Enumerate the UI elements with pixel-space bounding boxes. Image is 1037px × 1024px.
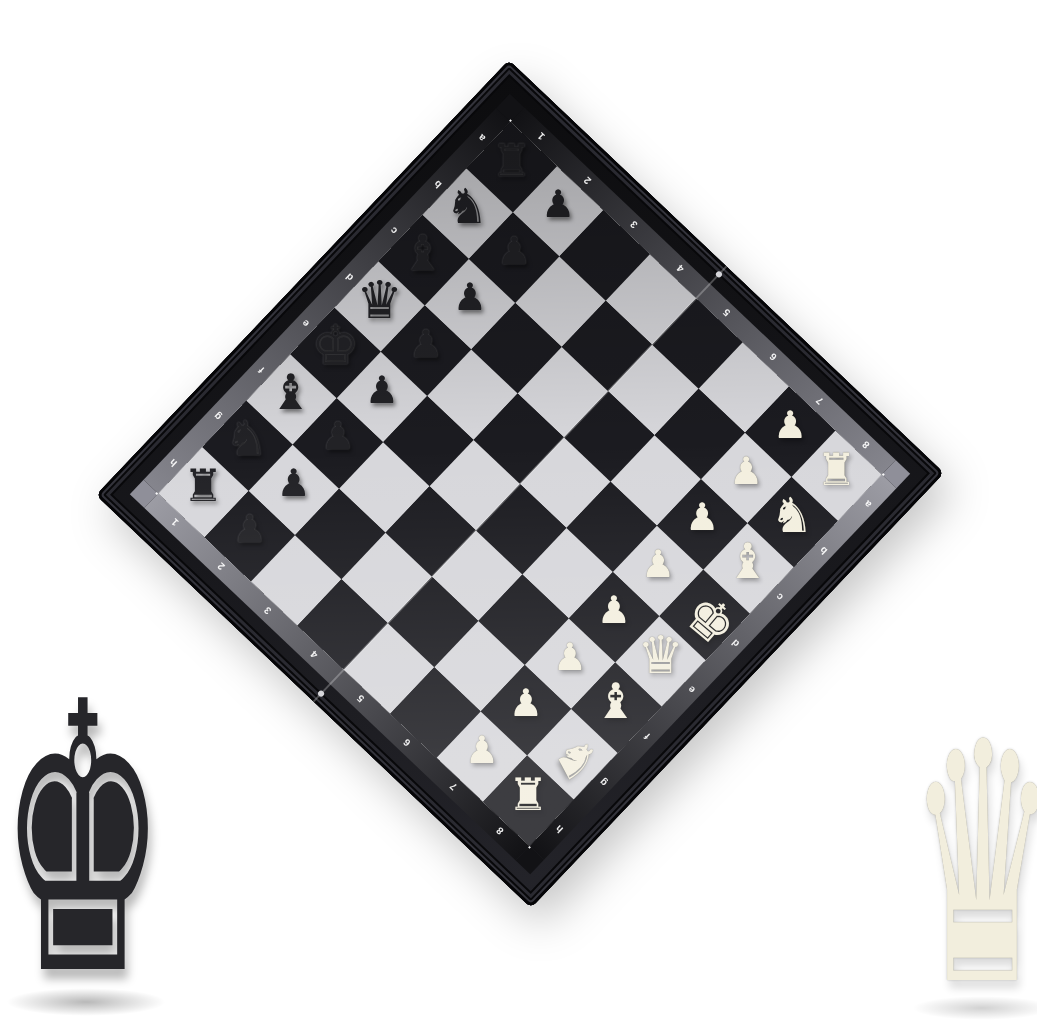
piece-g2-black-pawn[interactable]: ♟ [277,464,311,502]
piece-b8-white-knight[interactable]: ♞ [771,491,814,539]
piece-d2-black-pawn[interactable]: ♟ [409,325,443,363]
piece-c2-black-pawn[interactable]: ♟ [453,278,487,316]
display-piece-white-queen: ♛ [898,756,1037,1018]
piece-g1-black-knight[interactable]: ♞ [226,415,269,463]
piece-g7-white-pawn[interactable]: ♟ [509,684,543,722]
display-piece-black-king: ♚ [0,712,178,1012]
piece-e7-white-pawn[interactable]: ♟ [597,591,631,629]
piece-e2-black-pawn[interactable]: ♟ [365,371,399,409]
piece-a8-white-rook[interactable]: ♜ [816,446,856,491]
board-inner: 12345678 12345678 abcdefgh abcdefgh ♜♟♟♜… [130,94,910,874]
piece-a2-black-pawn[interactable]: ♟ [541,185,575,223]
product-photo-scene: 12345678 12345678 abcdefgh abcdefgh ♜♟♟♜… [0,0,1037,1024]
piece-e8-white-queen[interactable]: ♛ [637,628,684,680]
piece-h1-black-rook[interactable]: ♜ [183,463,223,508]
piece-b7-white-pawn[interactable]: ♟ [729,452,763,490]
white-queen-glyph: ♛ [909,713,1037,1018]
piece-f8-white-bishop[interactable]: ♝ [594,676,638,725]
piece-b2-black-pawn[interactable]: ♟ [497,232,531,270]
piece-c1-black-bishop[interactable]: ♝ [401,229,445,278]
piece-f7-white-pawn[interactable]: ♟ [553,638,587,676]
piece-f1-black-bishop[interactable]: ♝ [269,368,313,417]
piece-h2-black-pawn[interactable]: ♟ [233,510,267,548]
black-king-glyph: ♚ [0,670,166,1012]
piece-c8-white-bishop[interactable]: ♝ [726,537,770,586]
piece-d1-black-queen[interactable]: ♛ [356,274,403,326]
piece-a7-white-pawn[interactable]: ♟ [773,406,807,444]
chess-board: 12345678 12345678 abcdefgh abcdefgh ♜♟♟♜… [96,60,944,908]
piece-a1-black-rook[interactable]: ♜ [491,138,531,183]
piece-c7-white-pawn[interactable]: ♟ [685,498,719,536]
piece-h7-white-pawn[interactable]: ♟ [465,731,499,769]
piece-e1-black-king[interactable]: ♚ [311,319,359,373]
piece-h8-white-rook[interactable]: ♜ [508,771,548,816]
piece-b1-black-knight[interactable]: ♞ [446,183,489,231]
piece-d7-white-pawn[interactable]: ♟ [641,545,675,583]
piece-f2-black-pawn[interactable]: ♟ [321,417,355,455]
